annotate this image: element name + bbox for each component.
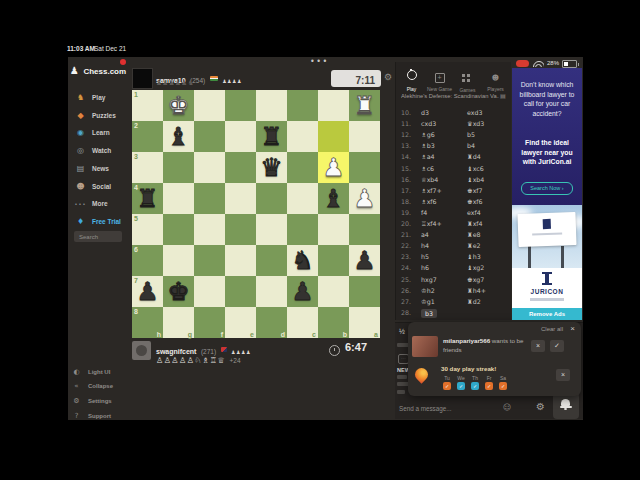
bottom-captured-pieces: ♙♙♙♙♙♘♗♖♕	[156, 356, 225, 365]
tab-play[interactable]: Play	[398, 66, 425, 92]
square-d6[interactable]	[256, 245, 287, 276]
gear-icon: ⚙	[70, 397, 83, 405]
square-d5[interactable]	[256, 214, 287, 245]
black-bishop[interactable]: ♝	[322, 183, 344, 214]
friend-request-text: milanpariyar566 wants to be friends	[443, 336, 529, 355]
file-label: c	[312, 331, 316, 338]
draw-offer-label[interactable]: ½	[399, 328, 405, 335]
chess-com-app: 11:03 AM Sat Dec 21 28% ♟ Chess.com ♞Pla…	[0, 0, 640, 480]
pawn-icon: ♟	[70, 65, 79, 76]
rank-label: 1	[134, 91, 138, 98]
square-c1[interactable]	[287, 90, 318, 121]
square-a5[interactable]	[349, 214, 380, 245]
square-h7[interactable]: 7♟	[132, 276, 163, 307]
battery-percent: 28%	[547, 60, 559, 66]
square-a8[interactable]: a	[349, 307, 380, 338]
move-row: 26.♔h2♜h4+	[401, 287, 507, 298]
binoculars-icon: ◎	[74, 146, 87, 155]
square-b6[interactable]	[318, 245, 349, 276]
move-row: 21.a4♜e8	[401, 231, 507, 242]
opening-name[interactable]: Alekhine's Defense: Scandinavian Va...	[401, 93, 499, 99]
battery-icon	[562, 60, 577, 68]
chess-com-logo[interactable]: ♟ Chess.com	[70, 60, 126, 78]
square-g4[interactable]	[163, 183, 194, 214]
white-move[interactable]: f4	[421, 209, 427, 216]
black-pawn[interactable]: ♟	[291, 276, 313, 307]
square-b5[interactable]	[318, 214, 349, 245]
collapse-arrow-icon: «	[70, 382, 83, 390]
tab-games[interactable]: Games	[454, 66, 481, 93]
dismiss-streak-button[interactable]: ×	[556, 369, 570, 381]
move-row: 15.♗c6♝xc6	[401, 165, 507, 176]
move-row: 18.♗xf6♚xf6	[401, 198, 507, 209]
square-h4[interactable]: 4♜	[132, 183, 163, 214]
sidebar-item-label: Free Trial	[92, 218, 121, 225]
black-pawn[interactable]: ♟	[136, 276, 158, 307]
white-pawn[interactable]: ♟	[353, 183, 375, 214]
puzzle-icon: ◆	[74, 111, 87, 120]
sidebar-item-news[interactable]: ▤News	[74, 162, 132, 175]
billboard-pole	[528, 246, 531, 268]
square-d2[interactable]: ♜	[256, 121, 287, 152]
move-row: 14.♗a4♜d4	[401, 153, 507, 164]
chat-input[interactable]: Send a message...	[399, 405, 452, 412]
square-e5[interactable]	[225, 214, 256, 245]
move-row: 25.hxg7♚xg7	[401, 276, 507, 287]
move-row: 22.h4♜e2	[401, 242, 507, 253]
white-move[interactable]: ♗c6	[421, 165, 434, 172]
black-move[interactable]: ♝xg2	[467, 264, 484, 271]
status-date: Sat Dec 21	[94, 45, 126, 52]
square-c2[interactable]	[287, 121, 318, 152]
move-row: 20.♖xf4+♜xf4	[401, 220, 507, 231]
diamond-icon: ♦	[74, 217, 87, 226]
stopwatch-icon	[407, 70, 417, 80]
chess-board: 1♚♜2♝♜3♛♟4♜♝♟56♞♟7♟♚♟8hgfedcba	[132, 90, 380, 338]
black-move[interactable]: ♝xc6	[467, 165, 484, 172]
grid-icon	[462, 66, 474, 76]
square-e3[interactable]	[225, 152, 256, 183]
bell-icon	[561, 399, 570, 406]
square-h3[interactable]: 3	[132, 152, 163, 183]
ad-banner: Don't know which billboard lawyer to cal…	[512, 68, 582, 320]
friend-request-avatar	[412, 336, 438, 357]
square-h1[interactable]: 1	[132, 90, 163, 121]
friend-request-name: milanpariyar566	[443, 337, 490, 344]
black-queen[interactable]: ♛	[260, 152, 282, 183]
learn-icon: ◉	[74, 128, 87, 137]
square-d7[interactable]	[256, 276, 287, 307]
square-g8[interactable]: g	[163, 307, 194, 338]
file-label: a	[374, 331, 378, 338]
top-player-avatar[interactable]	[132, 68, 153, 89]
sidebar-item-puzzles[interactable]: ◆Puzzles	[74, 109, 132, 122]
black-move[interactable]: exf4	[467, 209, 481, 216]
decline-friend-button[interactable]: ×	[531, 340, 545, 352]
rank-label: 4	[134, 184, 138, 191]
white-move[interactable]: ♗a4	[421, 153, 435, 160]
white-move[interactable]: ♕xb4	[421, 176, 438, 183]
top-player-flag-icon	[210, 76, 218, 81]
square-b3[interactable]: ♟	[318, 152, 349, 183]
logo-text: Chess.com	[83, 67, 126, 76]
notifications-overlay: Clear all × milanpariyar566 wants to be …	[408, 322, 581, 396]
square-b7[interactable]	[318, 276, 349, 307]
sidebar-item-learn[interactable]: ◉Learn	[74, 126, 132, 139]
ad-brand: JURICON	[512, 288, 582, 295]
square-c4[interactable]	[287, 183, 318, 214]
square-b1[interactable]	[318, 90, 349, 121]
white-move[interactable]: ♗xf6	[421, 198, 437, 205]
square-d4[interactable]	[256, 183, 287, 214]
black-move[interactable]: ♜h4+	[467, 287, 486, 294]
board-settings-gear-icon[interactable]: ⚙	[384, 72, 392, 82]
board-plus-icon: +	[435, 73, 445, 83]
white-move[interactable]: ♔g1	[421, 298, 435, 305]
sidebar: ♟ Chess.com ♞Play◆Puzzles◉Learn◎Watch▤Ne…	[68, 57, 130, 420]
search-placeholder: Search	[79, 234, 98, 240]
more-dots-icon: •••	[74, 201, 87, 207]
top-captured-pieces: ♟♟♟♟♟♞	[156, 79, 194, 87]
streak-day-checkbox-frozen: ✓	[471, 382, 479, 390]
ad-subheadline: Find the ideal lawyer near you with Juri…	[517, 138, 577, 167]
square-f8[interactable]: f	[194, 307, 225, 338]
white-move[interactable]: ♔h2	[421, 287, 435, 294]
square-e6[interactable]	[225, 245, 256, 276]
move-row: 13.♗b3b4	[401, 142, 507, 153]
square-e1[interactable]	[225, 90, 256, 121]
clear-all-link[interactable]: Clear all	[541, 326, 563, 332]
move-row: 16.♕xb4♝xb4	[401, 176, 507, 187]
black-move[interactable]: exd3	[467, 109, 483, 116]
square-e4[interactable]	[225, 183, 256, 214]
streak-day-label: We	[455, 375, 467, 381]
square-d8[interactable]: d	[256, 307, 287, 338]
black-move[interactable]: ♜xf4	[467, 220, 483, 227]
square-g3[interactable]	[163, 152, 194, 183]
bottom-player-avatar[interactable]	[132, 341, 151, 360]
square-e7[interactable]	[225, 276, 256, 307]
knight-icon: ♞	[74, 93, 87, 102]
black-rook[interactable]: ♜	[260, 121, 282, 152]
white-move[interactable]: ♖xf4+	[421, 220, 442, 227]
white-move[interactable]: cxd3	[421, 120, 436, 127]
square-h2[interactable]: 2	[132, 121, 163, 152]
square-d3[interactable]: ♛	[256, 152, 287, 183]
black-bishop[interactable]: ♝	[167, 121, 189, 152]
tab-players[interactable]: ☻ Players	[482, 66, 509, 92]
white-move[interactable]: ♗xf7+	[421, 187, 442, 194]
square-c7[interactable]: ♟	[287, 276, 318, 307]
rank-label: 5	[134, 215, 138, 222]
recording-indicator-icon	[516, 60, 529, 67]
square-e2[interactable]	[225, 121, 256, 152]
book-icon: ▤	[500, 92, 506, 99]
file-label: g	[188, 331, 192, 338]
square-f3[interactable]	[194, 152, 225, 183]
sidebar-item-free-trial[interactable]: ♦ Free Trial	[74, 215, 132, 228]
search-input[interactable]: Search	[74, 231, 122, 242]
sidebar-item-social[interactable]: ☻Social	[74, 180, 132, 193]
rank-label: 3	[134, 153, 138, 160]
half-circle-icon: ◐	[70, 368, 83, 376]
white-move[interactable]: d3	[421, 109, 429, 116]
billboard	[517, 212, 576, 247]
square-d1[interactable]	[256, 90, 287, 121]
square-a3[interactable]	[349, 152, 380, 183]
ad-billboard-image	[512, 205, 582, 268]
juricon-pillar-icon	[542, 272, 552, 285]
material-advantage: +24	[230, 357, 241, 364]
white-move[interactable]: b3	[421, 309, 437, 318]
rank-label: 6	[134, 246, 138, 253]
black-king[interactable]: ♚	[167, 276, 189, 307]
move-row: 23.h5♝h3	[401, 253, 507, 264]
ad-cta-button[interactable]: Search Now ›	[521, 182, 573, 195]
sidebar-item-more[interactable]: •••More	[74, 197, 132, 210]
square-c6[interactable]: ♞	[287, 245, 318, 276]
bottom-captured-row: ♙♙♙♙♙♘♗♖♕ +24	[156, 349, 241, 367]
move-row: 19.f4exf4	[401, 209, 507, 220]
black-move[interactable]: ♜d4	[467, 153, 481, 160]
square-e8[interactable]: e	[225, 307, 256, 338]
tab-new-game[interactable]: + New Game	[426, 66, 453, 92]
file-label: b	[343, 331, 347, 338]
move-row: 27.♔g1♜d2	[401, 298, 507, 309]
square-g5[interactable]	[163, 214, 194, 245]
black-move[interactable]: b4	[467, 142, 475, 149]
remove-ads-button[interactable]: Remove Ads	[512, 308, 582, 320]
question-icon: ?	[70, 412, 83, 420]
status-time: 11:03 AM	[67, 45, 95, 52]
white-rook[interactable]: ♜	[353, 90, 375, 121]
square-h5[interactable]: 5	[132, 214, 163, 245]
three-dots-menu-icon[interactable]: •••	[310, 57, 329, 66]
black-pawn[interactable]: ♟	[353, 245, 375, 276]
square-a1[interactable]: ♜	[349, 90, 380, 121]
streak-day-checkbox-done: ✓	[499, 382, 507, 390]
rank-label: 2	[134, 122, 138, 129]
notification-badge	[120, 59, 126, 65]
sidebar-item-watch[interactable]: ◎Watch	[74, 144, 132, 157]
billboard-pole	[561, 246, 564, 268]
smiley-icon[interactable]: ☺	[503, 403, 511, 412]
square-c3[interactable]	[287, 152, 318, 183]
file-label: d	[281, 331, 285, 338]
move-row: 28.b3	[401, 309, 507, 320]
white-move[interactable]: h5	[421, 253, 429, 260]
streak-day-checkbox-frozen: ✓	[457, 382, 465, 390]
footer-item-settings[interactable]: ⚙Settings	[70, 394, 128, 407]
accept-friend-button[interactable]: ✓	[550, 340, 564, 352]
black-move[interactable]: ♝h3	[467, 253, 481, 260]
black-move[interactable]: ♚xf6	[467, 198, 483, 205]
move-row: 17.♗xf7+♚xf7	[401, 187, 507, 198]
square-h6[interactable]: 6	[132, 245, 163, 276]
black-move[interactable]: ♚xf7	[467, 187, 483, 194]
black-move[interactable]: ♜e2	[467, 242, 481, 249]
square-a7[interactable]	[349, 276, 380, 307]
flame-icon	[412, 365, 430, 383]
black-rook[interactable]: ♜	[136, 183, 158, 214]
black-move[interactable]: ♛xd3	[467, 120, 484, 127]
footer-item-light-ui[interactable]: ◐Light UI	[70, 365, 128, 378]
streak-title: 30 day play streak!	[441, 365, 496, 372]
white-move[interactable]: a4	[421, 231, 429, 238]
square-c5[interactable]	[287, 214, 318, 245]
black-move[interactable]: ♝xb4	[467, 176, 484, 183]
clock-icon	[329, 345, 340, 356]
square-a2[interactable]	[349, 121, 380, 152]
black-knight[interactable]: ♞	[291, 245, 313, 276]
square-b4[interactable]: ♝	[318, 183, 349, 214]
square-g1[interactable]: ♚	[163, 90, 194, 121]
black-move[interactable]: ♚xg7	[467, 276, 484, 283]
black-move[interactable]: ♜e8	[467, 231, 481, 238]
top-player-clock: 7:11	[331, 70, 381, 87]
chat-gear-icon[interactable]: ⚙	[536, 401, 545, 412]
file-label: h	[157, 331, 161, 338]
bottom-player-clock: 6:47	[345, 341, 367, 353]
close-icon[interactable]: ×	[570, 324, 575, 333]
square-a4[interactable]: ♟	[349, 183, 380, 214]
square-g7[interactable]: ♚	[163, 276, 194, 307]
move-panel: Play + New Game Games ☻ Players Alekhine…	[395, 62, 511, 320]
people-icon: ☻	[492, 74, 499, 83]
square-f2[interactable]	[194, 121, 225, 152]
rank-label: 7	[134, 277, 138, 284]
square-f6[interactable]	[194, 245, 225, 276]
square-g6[interactable]	[163, 245, 194, 276]
move-row: 11.cxd3♛xd3	[401, 120, 507, 131]
square-f7[interactable]	[194, 276, 225, 307]
black-move[interactable]: ♜d2	[467, 298, 481, 305]
ad-logo-section: JURICON	[512, 268, 582, 308]
move-row: 24.h6♝xg2	[401, 264, 507, 275]
ad-headline: Don't know which billboard lawyer to cal…	[517, 80, 577, 118]
news-icon: ▤	[74, 164, 87, 173]
streak-day-label: Fr	[483, 375, 495, 381]
white-king[interactable]: ♚	[167, 90, 189, 121]
file-label: e	[250, 331, 254, 338]
square-b2[interactable]	[318, 121, 349, 152]
white-move[interactable]: ♗g6	[421, 131, 435, 138]
white-pawn[interactable]: ♟	[322, 152, 344, 183]
white-move[interactable]: ♗b3	[421, 142, 435, 149]
streak-day-checkbox-done: ✓	[443, 382, 451, 390]
wifi-icon	[533, 60, 544, 67]
rank-label: 8	[134, 308, 138, 315]
mini-pawn-icons: ♟♟♟♟	[222, 78, 242, 84]
move-row: 10.d3exd3	[401, 109, 507, 120]
move-row: 12.♗g6b5	[401, 131, 507, 142]
footer-item-support[interactable]: ?Support	[70, 409, 128, 422]
square-f4[interactable]	[194, 183, 225, 214]
black-move[interactable]: b5	[467, 131, 475, 138]
streak-day-label: Th	[469, 375, 481, 381]
square-a6[interactable]: ♟	[349, 245, 380, 276]
square-g2[interactable]: ♝	[163, 121, 194, 152]
square-c8[interactable]: c	[287, 307, 318, 338]
footer-item-collapse[interactable]: «Collapse	[70, 380, 128, 393]
square-f5[interactable]	[194, 214, 225, 245]
social-icon: ☻	[74, 182, 87, 191]
notifications-bell-button[interactable]	[553, 393, 579, 419]
ad-tagline-bar	[530, 298, 564, 301]
streak-day-checkbox-done: ✓	[485, 382, 493, 390]
chat-message-fragment	[397, 375, 407, 379]
sidebar-item-play[interactable]: ♞Play	[74, 91, 132, 104]
streak-day-label: Sa	[497, 375, 509, 381]
chat-message-fragment	[397, 390, 405, 394]
file-label: f	[221, 331, 223, 338]
white-move[interactable]: h6	[421, 264, 429, 271]
square-f1[interactable]	[194, 90, 225, 121]
square-h8[interactable]: 8h	[132, 307, 163, 338]
streak-day-label: Tu	[441, 375, 453, 381]
square-b8[interactable]: b	[318, 307, 349, 338]
white-move[interactable]: h4	[421, 242, 429, 249]
white-move[interactable]: hxg7	[421, 276, 437, 283]
